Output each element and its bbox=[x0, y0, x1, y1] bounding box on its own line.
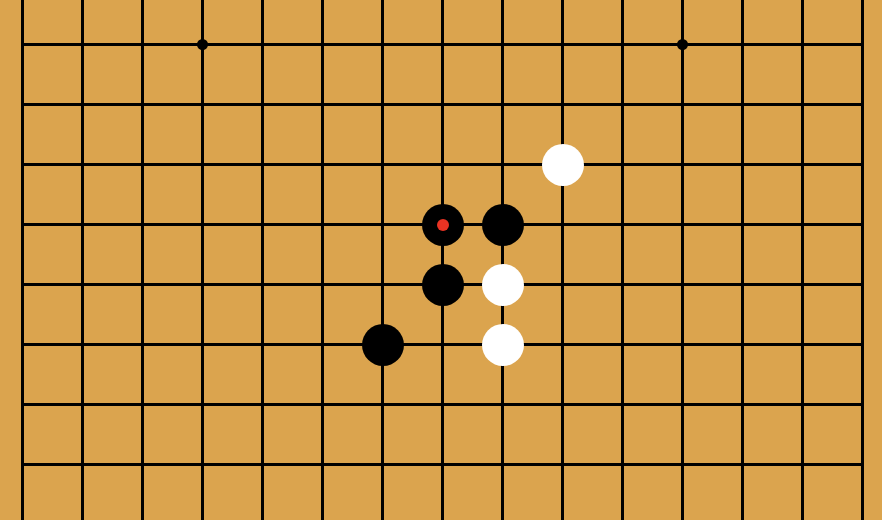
intersection[interactable] bbox=[713, 135, 773, 195]
intersection[interactable] bbox=[713, 195, 773, 255]
stone-grid bbox=[0, 15, 882, 495]
black-stone bbox=[422, 204, 464, 246]
intersection[interactable] bbox=[113, 15, 173, 75]
intersection[interactable] bbox=[293, 315, 353, 375]
intersection[interactable] bbox=[473, 75, 533, 135]
intersection[interactable] bbox=[473, 315, 533, 375]
intersection[interactable] bbox=[173, 15, 233, 75]
intersection[interactable] bbox=[53, 15, 113, 75]
intersection[interactable] bbox=[0, 75, 53, 135]
intersection[interactable] bbox=[773, 435, 833, 495]
intersection[interactable] bbox=[353, 255, 413, 315]
intersection[interactable] bbox=[593, 195, 653, 255]
intersection[interactable] bbox=[413, 15, 473, 75]
intersection[interactable] bbox=[233, 195, 293, 255]
intersection[interactable] bbox=[0, 195, 53, 255]
intersection[interactable] bbox=[353, 135, 413, 195]
intersection[interactable] bbox=[833, 195, 882, 255]
intersection[interactable] bbox=[773, 15, 833, 75]
intersection[interactable] bbox=[113, 135, 173, 195]
intersection[interactable] bbox=[113, 75, 173, 135]
intersection[interactable] bbox=[233, 315, 293, 375]
intersection[interactable] bbox=[53, 435, 113, 495]
intersection[interactable] bbox=[113, 375, 173, 435]
intersection[interactable] bbox=[653, 195, 713, 255]
intersection[interactable] bbox=[0, 255, 53, 315]
intersection[interactable] bbox=[593, 375, 653, 435]
last-move-marker bbox=[437, 219, 449, 231]
intersection[interactable] bbox=[293, 195, 353, 255]
intersection[interactable] bbox=[653, 375, 713, 435]
intersection[interactable] bbox=[533, 195, 593, 255]
white-stone bbox=[542, 144, 584, 186]
intersection[interactable] bbox=[653, 135, 713, 195]
intersection[interactable] bbox=[593, 15, 653, 75]
intersection[interactable] bbox=[593, 315, 653, 375]
intersection[interactable] bbox=[113, 435, 173, 495]
intersection[interactable] bbox=[593, 135, 653, 195]
intersection[interactable] bbox=[413, 135, 473, 195]
intersection[interactable] bbox=[173, 315, 233, 375]
go-board bbox=[0, 0, 882, 520]
intersection[interactable] bbox=[533, 135, 593, 195]
intersection[interactable] bbox=[773, 315, 833, 375]
intersection[interactable] bbox=[473, 255, 533, 315]
intersection[interactable] bbox=[773, 375, 833, 435]
intersection[interactable] bbox=[533, 315, 593, 375]
intersection[interactable] bbox=[773, 135, 833, 195]
intersection[interactable] bbox=[713, 255, 773, 315]
intersection[interactable] bbox=[113, 195, 173, 255]
intersection[interactable] bbox=[833, 435, 882, 495]
intersection[interactable] bbox=[233, 435, 293, 495]
intersection[interactable] bbox=[653, 315, 713, 375]
intersection[interactable] bbox=[593, 255, 653, 315]
intersection[interactable] bbox=[293, 135, 353, 195]
intersection[interactable] bbox=[173, 75, 233, 135]
intersection[interactable] bbox=[833, 255, 882, 315]
intersection[interactable] bbox=[533, 255, 593, 315]
intersection[interactable] bbox=[353, 195, 413, 255]
intersection[interactable] bbox=[713, 15, 773, 75]
intersection[interactable] bbox=[713, 375, 773, 435]
intersection[interactable] bbox=[53, 375, 113, 435]
intersection[interactable] bbox=[53, 195, 113, 255]
intersection[interactable] bbox=[533, 75, 593, 135]
intersection[interactable] bbox=[233, 255, 293, 315]
intersection[interactable] bbox=[173, 255, 233, 315]
intersection[interactable] bbox=[473, 135, 533, 195]
intersection[interactable] bbox=[413, 315, 473, 375]
black-stone bbox=[422, 264, 464, 306]
intersection[interactable] bbox=[0, 375, 53, 435]
intersection[interactable] bbox=[293, 15, 353, 75]
intersection[interactable] bbox=[53, 315, 113, 375]
intersection[interactable] bbox=[173, 195, 233, 255]
white-stone bbox=[482, 324, 524, 366]
intersection[interactable] bbox=[533, 435, 593, 495]
white-stone bbox=[482, 264, 524, 306]
intersection[interactable] bbox=[653, 255, 713, 315]
intersection[interactable] bbox=[233, 375, 293, 435]
intersection[interactable] bbox=[173, 435, 233, 495]
intersection[interactable] bbox=[353, 15, 413, 75]
intersection[interactable] bbox=[413, 195, 473, 255]
intersection[interactable] bbox=[293, 435, 353, 495]
intersection[interactable] bbox=[413, 255, 473, 315]
intersection[interactable] bbox=[353, 315, 413, 375]
intersection[interactable] bbox=[113, 255, 173, 315]
intersection[interactable] bbox=[0, 315, 53, 375]
intersection[interactable] bbox=[833, 75, 882, 135]
intersection[interactable] bbox=[53, 75, 113, 135]
intersection[interactable] bbox=[653, 15, 713, 75]
intersection[interactable] bbox=[473, 15, 533, 75]
intersection[interactable] bbox=[773, 195, 833, 255]
intersection[interactable] bbox=[413, 375, 473, 435]
intersection[interactable] bbox=[353, 75, 413, 135]
intersection[interactable] bbox=[233, 75, 293, 135]
intersection[interactable] bbox=[713, 315, 773, 375]
intersection[interactable] bbox=[473, 195, 533, 255]
intersection[interactable] bbox=[413, 75, 473, 135]
intersection[interactable] bbox=[593, 435, 653, 495]
intersection[interactable] bbox=[53, 135, 113, 195]
intersection[interactable] bbox=[833, 15, 882, 75]
intersection[interactable] bbox=[53, 255, 113, 315]
intersection[interactable] bbox=[713, 435, 773, 495]
intersection[interactable] bbox=[353, 435, 413, 495]
intersection[interactable] bbox=[0, 15, 53, 75]
intersection[interactable] bbox=[533, 15, 593, 75]
intersection[interactable] bbox=[473, 375, 533, 435]
intersection[interactable] bbox=[113, 315, 173, 375]
intersection[interactable] bbox=[773, 75, 833, 135]
intersection[interactable] bbox=[293, 255, 353, 315]
intersection[interactable] bbox=[233, 15, 293, 75]
intersection[interactable] bbox=[833, 135, 882, 195]
intersection[interactable] bbox=[713, 75, 773, 135]
intersection[interactable] bbox=[0, 135, 53, 195]
intersection[interactable] bbox=[833, 375, 882, 435]
intersection[interactable] bbox=[653, 435, 713, 495]
intersection[interactable] bbox=[233, 135, 293, 195]
black-stone bbox=[362, 324, 404, 366]
intersection[interactable] bbox=[773, 255, 833, 315]
intersection[interactable] bbox=[533, 375, 593, 435]
intersection[interactable] bbox=[173, 135, 233, 195]
intersection[interactable] bbox=[413, 435, 473, 495]
intersection[interactable] bbox=[593, 75, 653, 135]
intersection[interactable] bbox=[293, 75, 353, 135]
intersection[interactable] bbox=[473, 435, 533, 495]
intersection[interactable] bbox=[353, 375, 413, 435]
intersection[interactable] bbox=[0, 435, 53, 495]
intersection[interactable] bbox=[653, 75, 713, 135]
intersection[interactable] bbox=[833, 315, 882, 375]
black-stone bbox=[482, 204, 524, 246]
intersection[interactable] bbox=[293, 375, 353, 435]
intersection[interactable] bbox=[173, 375, 233, 435]
